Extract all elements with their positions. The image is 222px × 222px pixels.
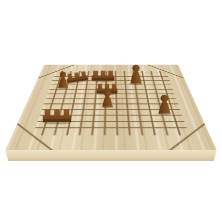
pawn-figure-icon — [157, 94, 172, 115]
wall-piece[interactable] — [91, 69, 115, 82]
wall-piece[interactable] — [42, 107, 72, 124]
pawn-piece[interactable] — [129, 64, 143, 85]
castle-wall-icon — [42, 107, 72, 124]
pawn-piece[interactable] — [157, 94, 172, 115]
castle-wall-icon — [91, 69, 115, 82]
pawn-figure-icon — [57, 71, 69, 89]
pawn-figure-icon — [101, 90, 114, 108]
pawn-piece[interactable] — [57, 71, 69, 89]
pawn-figure-icon — [129, 64, 143, 85]
pawn-piece[interactable] — [101, 90, 114, 108]
pieces-layer — [0, 0, 222, 222]
photo-background — [0, 0, 222, 222]
